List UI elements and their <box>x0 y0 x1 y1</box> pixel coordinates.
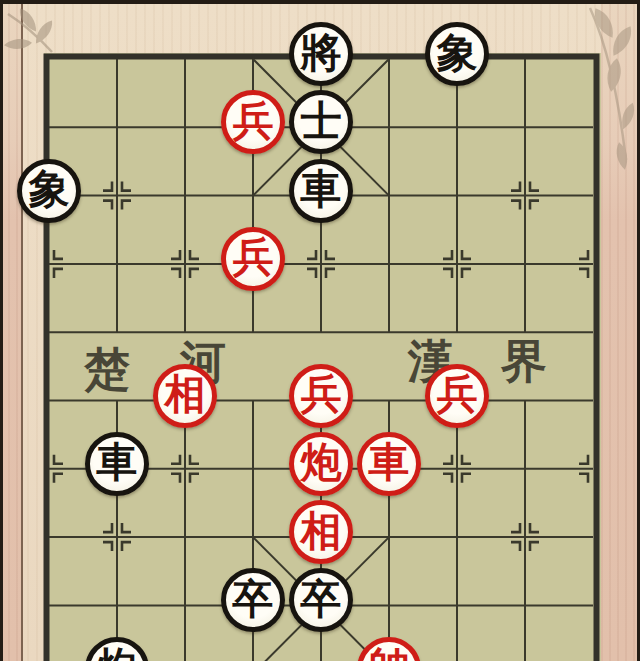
xiangqi-app: 楚 河 漢 界 將象兵士象車兵相兵兵車炮車相卒卒炮帥 <box>0 0 640 661</box>
piece-character: 卒 <box>233 579 274 620</box>
piece-character: 車 <box>369 442 410 483</box>
piece-character: 象 <box>29 169 70 210</box>
piece-black-chariot[interactable]: 車 <box>289 159 353 223</box>
piece-red-soldier[interactable]: 兵 <box>221 90 285 154</box>
piece-character: 士 <box>301 101 342 142</box>
piece-character: 卒 <box>301 579 342 620</box>
piece-character: 車 <box>97 442 138 483</box>
frame-edge-top <box>0 0 640 4</box>
piece-black-advisor[interactable]: 士 <box>289 90 353 154</box>
piece-character: 兵 <box>437 374 478 415</box>
piece-red-soldier[interactable]: 兵 <box>425 364 489 428</box>
piece-character: 炮 <box>301 442 342 483</box>
piece-character: 炮 <box>97 647 138 661</box>
piece-red-soldier[interactable]: 兵 <box>221 227 285 291</box>
piece-character: 兵 <box>301 374 342 415</box>
piece-black-elephant[interactable]: 象 <box>425 22 489 86</box>
piece-red-soldier[interactable]: 兵 <box>289 364 353 428</box>
piece-red-chariot[interactable]: 車 <box>357 432 421 496</box>
piece-red-elephant[interactable]: 相 <box>289 500 353 564</box>
piece-black-soldier[interactable]: 卒 <box>289 568 353 632</box>
piece-black-chariot[interactable]: 車 <box>85 432 149 496</box>
piece-character: 相 <box>301 511 342 552</box>
piece-character: 車 <box>301 169 342 210</box>
piece-black-general[interactable]: 將 <box>289 22 353 86</box>
piece-character: 將 <box>301 33 342 74</box>
piece-character: 兵 <box>233 237 274 278</box>
piece-character: 象 <box>437 33 478 74</box>
piece-character: 兵 <box>233 101 274 142</box>
river-label-jie: 界 <box>501 331 547 393</box>
piece-black-soldier[interactable]: 卒 <box>221 568 285 632</box>
piece-black-elephant[interactable]: 象 <box>17 159 81 223</box>
frame-edge-left <box>0 0 3 661</box>
piece-red-cannon[interactable]: 炮 <box>289 432 353 496</box>
piece-character: 帥 <box>369 647 410 661</box>
piece-red-elephant[interactable]: 相 <box>153 364 217 428</box>
river-label-chu: 楚 <box>84 339 130 401</box>
piece-character: 相 <box>165 374 206 415</box>
